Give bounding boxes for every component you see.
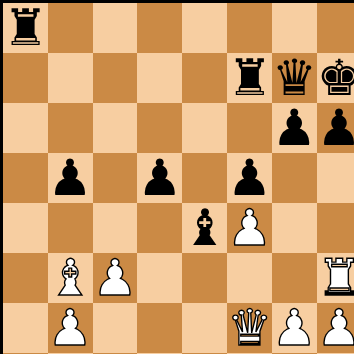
square-g7[interactable]: ♛ xyxy=(272,53,317,103)
piece-white-queen[interactable]: ♛ xyxy=(227,303,272,353)
square-d5[interactable]: ♟ xyxy=(137,153,182,203)
square-b8[interactable] xyxy=(48,3,93,53)
square-a2[interactable] xyxy=(3,303,48,353)
square-f6[interactable] xyxy=(227,103,272,153)
square-a8[interactable]: ♜ xyxy=(3,3,48,53)
square-b2[interactable]: ♟ xyxy=(48,303,93,353)
piece-black-pawn[interactable]: ♟ xyxy=(317,103,354,153)
square-f4[interactable]: ♟ xyxy=(227,203,272,253)
square-e6[interactable] xyxy=(182,103,227,153)
piece-white-pawn[interactable]: ♟ xyxy=(272,303,317,353)
square-d2[interactable] xyxy=(137,303,182,353)
square-f2[interactable]: ♛ xyxy=(227,303,272,353)
piece-white-pawn[interactable]: ♟ xyxy=(93,253,138,303)
piece-black-king[interactable]: ♚ xyxy=(317,53,354,103)
square-g6[interactable]: ♟ xyxy=(272,103,317,153)
square-e5[interactable] xyxy=(182,153,227,203)
square-h4[interactable] xyxy=(317,203,354,253)
piece-black-pawn[interactable]: ♟ xyxy=(137,153,182,203)
square-h7[interactable]: ♚ xyxy=(317,53,354,103)
piece-black-rook[interactable]: ♜ xyxy=(227,53,272,103)
piece-white-pawn[interactable]: ♟ xyxy=(317,303,354,353)
square-f5[interactable]: ♟ xyxy=(227,153,272,203)
square-f3[interactable] xyxy=(227,253,272,303)
square-a5[interactable] xyxy=(3,153,48,203)
square-b5[interactable]: ♟ xyxy=(48,153,93,203)
square-g4[interactable] xyxy=(272,203,317,253)
square-b4[interactable] xyxy=(48,203,93,253)
square-f8[interactable] xyxy=(227,3,272,53)
square-c8[interactable] xyxy=(93,3,138,53)
square-e7[interactable] xyxy=(182,53,227,103)
square-b7[interactable] xyxy=(48,53,93,103)
square-e4[interactable]: ♝ xyxy=(182,203,227,253)
piece-black-pawn[interactable]: ♟ xyxy=(272,103,317,153)
square-c3[interactable]: ♟ xyxy=(93,253,138,303)
piece-white-bishop[interactable]: ♝ xyxy=(48,253,93,303)
square-f7[interactable]: ♜ xyxy=(227,53,272,103)
square-e3[interactable] xyxy=(182,253,227,303)
square-g8[interactable] xyxy=(272,3,317,53)
square-d8[interactable] xyxy=(137,3,182,53)
square-a6[interactable] xyxy=(3,103,48,153)
chess-board-frame: ♜♜♛♚♟♟♟♟♟♝♟♝♟♜♟♛♟♟♜♚ xyxy=(0,0,354,354)
square-h6[interactable]: ♟ xyxy=(317,103,354,153)
piece-black-pawn[interactable]: ♟ xyxy=(48,153,93,203)
square-c6[interactable] xyxy=(93,103,138,153)
square-a3[interactable] xyxy=(3,253,48,303)
square-h3[interactable]: ♜ xyxy=(317,253,354,303)
square-c5[interactable] xyxy=(93,153,138,203)
square-g3[interactable] xyxy=(272,253,317,303)
piece-black-pawn[interactable]: ♟ xyxy=(227,153,272,203)
square-g5[interactable] xyxy=(272,153,317,203)
square-b6[interactable] xyxy=(48,103,93,153)
piece-white-pawn[interactable]: ♟ xyxy=(227,203,272,253)
square-b3[interactable]: ♝ xyxy=(48,253,93,303)
square-e8[interactable] xyxy=(182,3,227,53)
square-h5[interactable] xyxy=(317,153,354,203)
piece-black-queen[interactable]: ♛ xyxy=(272,53,317,103)
square-h8[interactable] xyxy=(317,3,354,53)
square-h2[interactable]: ♟ xyxy=(317,303,354,353)
square-c2[interactable] xyxy=(93,303,138,353)
piece-white-pawn[interactable]: ♟ xyxy=(48,303,93,353)
chess-board: ♜♜♛♚♟♟♟♟♟♝♟♝♟♜♟♛♟♟♜♚ xyxy=(3,3,351,351)
piece-black-rook[interactable]: ♜ xyxy=(3,3,48,53)
square-e2[interactable] xyxy=(182,303,227,353)
piece-white-rook[interactable]: ♜ xyxy=(317,253,354,303)
square-c7[interactable] xyxy=(93,53,138,103)
square-a4[interactable] xyxy=(3,203,48,253)
square-d6[interactable] xyxy=(137,103,182,153)
square-g2[interactable]: ♟ xyxy=(272,303,317,353)
square-c4[interactable] xyxy=(93,203,138,253)
square-d4[interactable] xyxy=(137,203,182,253)
square-d3[interactable] xyxy=(137,253,182,303)
square-d7[interactable] xyxy=(137,53,182,103)
square-a7[interactable] xyxy=(3,53,48,103)
piece-black-bishop[interactable]: ♝ xyxy=(182,203,227,253)
